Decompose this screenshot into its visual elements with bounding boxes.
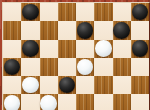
square-r2c4[interactable]: [58, 21, 76, 39]
square-r4c8[interactable]: [131, 58, 149, 76]
checkers-board: ⛂⛂⛂⛂⛂⛀⛂⛂⛀⛀⛂⛀⛀: [2, 2, 150, 110]
draughts-man-glyph: ⛂: [132, 4, 149, 21]
square-r6c4[interactable]: [58, 94, 76, 110]
square-r3c6[interactable]: ⛀: [94, 40, 112, 58]
square-r1c1[interactable]: [3, 3, 21, 21]
black-piece[interactable]: ⛂: [59, 77, 76, 94]
draughts-man-glyph: ⛀: [77, 59, 94, 76]
square-r3c4[interactable]: [58, 40, 76, 58]
square-r1c4[interactable]: [58, 3, 76, 21]
square-r6c6[interactable]: [94, 94, 112, 110]
square-r2c8[interactable]: [131, 21, 149, 39]
black-piece[interactable]: ⛂: [22, 4, 39, 21]
square-r5c1[interactable]: [3, 76, 21, 94]
draughts-man-glyph: ⛂: [113, 22, 130, 39]
black-piece[interactable]: ⛂: [77, 22, 94, 39]
black-piece[interactable]: ⛂: [132, 4, 149, 21]
square-r3c2[interactable]: ⛂: [21, 40, 39, 58]
square-r1c5[interactable]: [76, 3, 94, 21]
white-piece[interactable]: ⛀: [22, 77, 39, 94]
draughts-man-glyph: ⛂: [77, 22, 94, 39]
white-piece[interactable]: ⛀: [77, 59, 94, 76]
square-r1c8[interactable]: ⛂: [131, 3, 149, 21]
black-piece[interactable]: ⛂: [113, 22, 130, 39]
square-r4c5[interactable]: ⛀: [76, 58, 94, 76]
checkers-screenshot: ⛂⛂⛂⛂⛂⛀⛂⛂⛀⛀⛂⛀⛀: [0, 0, 150, 110]
square-r2c1[interactable]: [3, 21, 21, 39]
square-r2c7[interactable]: ⛂: [113, 21, 131, 39]
square-r4c4[interactable]: [58, 58, 76, 76]
square-r4c7[interactable]: [113, 58, 131, 76]
square-r3c1[interactable]: [3, 40, 21, 58]
square-r2c3[interactable]: [40, 21, 58, 39]
square-r5c3[interactable]: [40, 76, 58, 94]
square-r5c4[interactable]: ⛂: [58, 76, 76, 94]
square-r6c3[interactable]: ⛀: [40, 94, 58, 110]
white-piece[interactable]: ⛀: [40, 95, 57, 110]
draughts-man-glyph: ⛀: [22, 77, 39, 94]
square-r4c6[interactable]: [94, 58, 112, 76]
draughts-man-glyph: ⛀: [95, 40, 112, 57]
square-r1c6[interactable]: [94, 3, 112, 21]
square-r4c2[interactable]: [21, 58, 39, 76]
black-piece[interactable]: ⛂: [132, 40, 149, 57]
square-r1c3[interactable]: [40, 3, 58, 21]
white-piece[interactable]: ⛀: [95, 40, 112, 57]
square-r6c5[interactable]: [76, 94, 94, 110]
draughts-man-glyph: ⛂: [59, 77, 76, 94]
square-r5c7[interactable]: [113, 76, 131, 94]
square-r6c1[interactable]: ⛀: [3, 94, 21, 110]
draughts-man-glyph: ⛂: [22, 4, 39, 21]
square-r3c3[interactable]: [40, 40, 58, 58]
square-r2c6[interactable]: [94, 21, 112, 39]
square-r6c7[interactable]: [113, 94, 131, 110]
square-r5c6[interactable]: [94, 76, 112, 94]
square-r4c3[interactable]: [40, 58, 58, 76]
square-r1c7[interactable]: [113, 3, 131, 21]
draughts-man-glyph: ⛀: [4, 95, 21, 110]
square-r3c8[interactable]: ⛂: [131, 40, 149, 58]
square-r5c2[interactable]: ⛀: [21, 76, 39, 94]
square-r3c7[interactable]: [113, 40, 131, 58]
square-r4c1[interactable]: ⛂: [3, 58, 21, 76]
black-piece[interactable]: ⛂: [4, 59, 21, 76]
square-r2c5[interactable]: ⛂: [76, 21, 94, 39]
draughts-man-glyph: ⛂: [4, 59, 21, 76]
square-r5c8[interactable]: [131, 76, 149, 94]
square-r3c5[interactable]: [76, 40, 94, 58]
square-r1c2[interactable]: ⛂: [21, 3, 39, 21]
black-piece[interactable]: ⛂: [22, 40, 39, 57]
draughts-man-glyph: ⛀: [40, 95, 57, 110]
white-piece[interactable]: ⛀: [4, 95, 21, 110]
draughts-man-glyph: ⛂: [132, 40, 149, 57]
draughts-man-glyph: ⛂: [22, 40, 39, 57]
square-r6c2[interactable]: [21, 94, 39, 110]
square-r2c2[interactable]: [21, 21, 39, 39]
square-r5c5[interactable]: [76, 76, 94, 94]
square-r6c8[interactable]: [131, 94, 149, 110]
